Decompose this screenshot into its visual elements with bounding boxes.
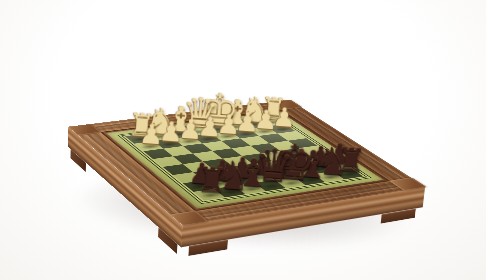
piece-shadow xyxy=(219,189,244,196)
piece-shadow xyxy=(188,183,213,190)
piece-shadow xyxy=(208,180,232,187)
piece-shadow xyxy=(239,186,263,193)
piece-shadow xyxy=(198,192,223,200)
board-foot xyxy=(188,240,228,257)
scene: ♜♞♝♛♚♝♞♜♟♟♟♟♟♟♟♟♟♟♟♟♟♟♟♟♜♞♝♛♚♝♞♜ xyxy=(0,0,486,280)
board-foot xyxy=(158,227,178,254)
piece-shadow xyxy=(228,177,252,184)
piece-shadow xyxy=(338,171,362,178)
piece-shadow xyxy=(326,163,349,170)
chess-set-photo: ♜♞♝♛♚♝♞♜♟♟♟♟♟♟♟♟♟♟♟♟♟♟♟♟♜♞♝♛♚♝♞♜ xyxy=(0,0,486,280)
lean-wrap: ♜♞♝♛♚♝♞♜♟♟♟♟♟♟♟♟♟♟♟♟♟♟♟♟♜♞♝♛♚♝♞♜ xyxy=(0,0,486,280)
piece-shadow xyxy=(268,172,292,179)
piece-shadow xyxy=(248,174,272,181)
board-foot xyxy=(70,149,86,172)
piece-shadow xyxy=(260,183,284,190)
